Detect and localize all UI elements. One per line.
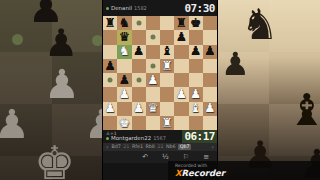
white-pawn-g3[interactable]: ♟ [190, 88, 201, 101]
bottom-player-rating: 1567 [153, 136, 166, 141]
move-list[interactable]: Bd721Rfe1Rb822Nb6Qb7 [111, 144, 191, 150]
square-c8[interactable] [132, 16, 146, 30]
black-queen-b7[interactable]: ♛ [119, 31, 130, 44]
white-rook-e1[interactable]: ♜ [162, 117, 173, 130]
square-d5[interactable] [146, 59, 160, 73]
xrecorder-watermark: Recorded with XRecorder [168, 161, 320, 180]
square-g2[interactable]: ♝ [189, 102, 203, 116]
background-pawn-silhouette: ♟ [84, 104, 103, 144]
square-a8[interactable]: ♜ [103, 16, 117, 30]
square-b6[interactable]: ♞ [117, 45, 131, 59]
takeback-button[interactable]: ↶ [142, 154, 148, 161]
square-c6[interactable]: ♟ [132, 45, 146, 59]
bottom-player-name: Montgarden22 [111, 136, 151, 142]
square-c7[interactable] [132, 30, 146, 44]
move-token[interactable]: Nb6 [166, 145, 176, 150]
background-hint-dot [92, 35, 103, 46]
white-bishop-g2[interactable]: ♝ [190, 102, 201, 115]
square-f1[interactable] [174, 116, 188, 130]
square-d2[interactable]: ♛ [146, 102, 160, 116]
square-h1[interactable] [203, 116, 217, 130]
square-e2[interactable] [160, 102, 174, 116]
move-hint-dot [136, 21, 141, 26]
square-g1[interactable] [189, 116, 203, 130]
square-f8[interactable]: ♜ [174, 16, 188, 30]
square-b7[interactable]: ♛ [117, 30, 131, 44]
square-f4[interactable] [174, 73, 188, 87]
white-king-b1[interactable]: ♚ [119, 117, 130, 130]
square-e5[interactable]: ♜ [160, 59, 174, 73]
square-f7[interactable]: ♟ [174, 30, 188, 44]
square-h7[interactable] [203, 30, 217, 44]
square-f6[interactable] [174, 45, 188, 59]
square-e6[interactable]: ♝ [160, 45, 174, 59]
square-h4[interactable] [203, 73, 217, 87]
square-b8[interactable]: ♞ [117, 16, 131, 30]
move-token[interactable]: Rfe1 [132, 145, 143, 150]
square-d8[interactable] [146, 16, 160, 30]
move-list-bar[interactable]: ‹ Bd721Rfe1Rb822Nb6Qb7 › [103, 143, 217, 151]
square-g5[interactable] [189, 59, 203, 73]
square-d3[interactable] [146, 87, 160, 101]
white-pawn-f3[interactable]: ♟ [176, 88, 187, 101]
move-hint-dot [150, 63, 155, 68]
black-bishop-e6[interactable]: ♝ [162, 45, 173, 58]
square-h6[interactable]: ♟ [203, 45, 217, 59]
background-hint-dot [12, 34, 23, 45]
background-pawn-silhouette: ♟ [44, 64, 80, 104]
square-b5[interactable] [117, 59, 131, 73]
white-pawn-h2[interactable]: ♟ [204, 102, 215, 115]
phone-screen: Denanil 1582 07:30 ♜♞♜♚♛♟♞♟♝♟♟♟♜♟♟♟♟♟♟♟♛… [103, 0, 217, 180]
square-b2[interactable] [117, 102, 131, 116]
square-e8[interactable] [160, 16, 174, 30]
black-pawn-a5[interactable]: ♟ [105, 60, 116, 73]
move-token[interactable]: 22 [157, 145, 163, 150]
chess-board[interactable]: ♜♞♜♚♛♟♞♟♝♟♟♟♜♟♟♟♟♟♟♟♛♝♟♚♜ [103, 16, 217, 130]
background-right-blur: ♞♟♝♟♟ [217, 0, 320, 180]
move-hint-dot [136, 78, 141, 83]
square-d1[interactable] [146, 116, 160, 130]
square-c3[interactable] [132, 87, 146, 101]
current-move[interactable]: Qb7 [178, 144, 191, 150]
square-b3[interactable]: ♟ [117, 87, 131, 101]
square-a5[interactable]: ♟ [103, 59, 117, 73]
background-pawn-silhouette: ♟ [44, 24, 78, 62]
square-e4[interactable] [160, 73, 174, 87]
background-knight-silhouette: ♞ [241, 4, 279, 46]
square-g7[interactable] [189, 30, 203, 44]
top-player-name: Denanil [111, 5, 132, 11]
move-token[interactable]: Bd7 [111, 145, 120, 150]
black-pawn-f7[interactable]: ♟ [176, 31, 187, 44]
black-pawn-b4[interactable]: ♟ [119, 74, 130, 87]
square-e1[interactable]: ♜ [160, 116, 174, 130]
square-c5[interactable] [132, 59, 146, 73]
square-g8[interactable]: ♚ [189, 16, 203, 30]
black-rook-a8[interactable]: ♜ [105, 17, 116, 30]
square-f2[interactable] [174, 102, 188, 116]
white-queen-d2[interactable]: ♛ [147, 102, 158, 115]
background-bishop-silhouette: ♝ [287, 88, 320, 132]
top-player-bar: Denanil 1582 07:30 [103, 0, 217, 16]
background-pawn-silhouette: ♟ [221, 48, 250, 80]
square-e7[interactable] [160, 30, 174, 44]
black-pawn-g6[interactable]: ♟ [190, 45, 201, 58]
square-c1[interactable] [132, 116, 146, 130]
white-knight-b6[interactable]: ♞ [119, 45, 130, 58]
draw-offer-button[interactable]: ½ [162, 154, 169, 161]
xrecorder-logo: XRecorder [175, 169, 320, 178]
white-rook-e5[interactable]: ♜ [162, 60, 173, 73]
square-c4[interactable] [132, 73, 146, 87]
move-hint-dot [108, 78, 113, 83]
bottom-player-clock: 06:17 [182, 130, 217, 143]
white-pawn-a2[interactable]: ♟ [105, 102, 116, 115]
move-token[interactable]: 21 [123, 145, 129, 150]
square-f5[interactable] [174, 59, 188, 73]
move-hint-dot [150, 35, 155, 40]
background-king-silhouette: ♚ [34, 140, 75, 180]
moves-forward-icon[interactable]: › [212, 144, 214, 150]
square-a2[interactable]: ♟ [103, 102, 117, 116]
square-d7[interactable] [146, 30, 160, 44]
square-h5[interactable] [203, 59, 217, 73]
square-g6[interactable]: ♟ [189, 45, 203, 59]
black-pawn-c6[interactable]: ♟ [133, 45, 144, 58]
screen: ♟♟♟♟♟♚ ♞♟♝♟♟ Denanil 1582 07:30 ♜♞♜♚♛♟♞♟… [0, 0, 320, 180]
square-a7[interactable] [103, 30, 117, 44]
square-a6[interactable] [103, 45, 117, 59]
top-player-rating: 1582 [134, 5, 147, 11]
square-a1[interactable] [103, 116, 117, 130]
moves-back-icon[interactable]: ‹ [106, 144, 108, 150]
square-f3[interactable]: ♟ [174, 87, 188, 101]
bottom-player-bar: ♙+1 Montgarden22 1567 06:17 [103, 130, 217, 143]
black-knight-b8[interactable]: ♞ [119, 17, 130, 30]
square-b1[interactable]: ♚ [117, 116, 131, 130]
square-c2[interactable]: ♟ [132, 102, 146, 116]
square-b4[interactable]: ♟ [117, 73, 131, 87]
black-rook-f8[interactable]: ♜ [176, 17, 187, 30]
square-g4[interactable] [189, 73, 203, 87]
background-left-blur: ♟♟♟♟♟♚ [0, 0, 103, 180]
square-g3[interactable]: ♟ [189, 87, 203, 101]
square-d4[interactable]: ♟ [146, 73, 160, 87]
black-king-g8[interactable]: ♚ [190, 17, 201, 30]
menu-button[interactable]: ≡ [203, 154, 209, 161]
white-pawn-c2[interactable]: ♟ [133, 102, 144, 115]
online-dot-icon [106, 7, 109, 10]
square-h2[interactable]: ♟ [203, 102, 217, 116]
square-a4[interactable] [103, 73, 117, 87]
online-dot-icon [106, 137, 109, 140]
black-pawn-h6[interactable]: ♟ [204, 45, 215, 58]
square-h3[interactable] [203, 87, 217, 101]
white-pawn-d4[interactable]: ♟ [147, 74, 158, 87]
background-pawn-silhouette: ♟ [0, 104, 30, 144]
square-d6[interactable] [146, 45, 160, 59]
move-token[interactable]: Rb8 [145, 145, 154, 150]
white-pawn-b3[interactable]: ♟ [119, 88, 130, 101]
square-e3[interactable] [160, 87, 174, 101]
resign-flag-button[interactable]: ⚐ [183, 154, 189, 161]
square-a3[interactable] [103, 87, 117, 101]
square-h8[interactable] [203, 16, 217, 30]
top-player-clock: 07:30 [182, 2, 217, 15]
